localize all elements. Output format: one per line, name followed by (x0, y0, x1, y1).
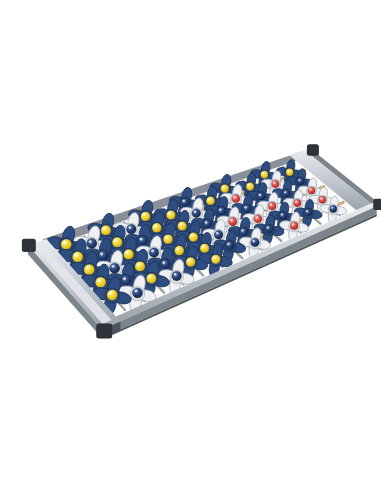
corner-cap (96, 323, 112, 338)
bed-base-image (0, 0, 381, 492)
corner-cap (22, 239, 36, 252)
corner-cap (307, 144, 319, 155)
corner-cap (373, 199, 381, 210)
product-photo (0, 0, 381, 492)
page-background (0, 0, 381, 492)
